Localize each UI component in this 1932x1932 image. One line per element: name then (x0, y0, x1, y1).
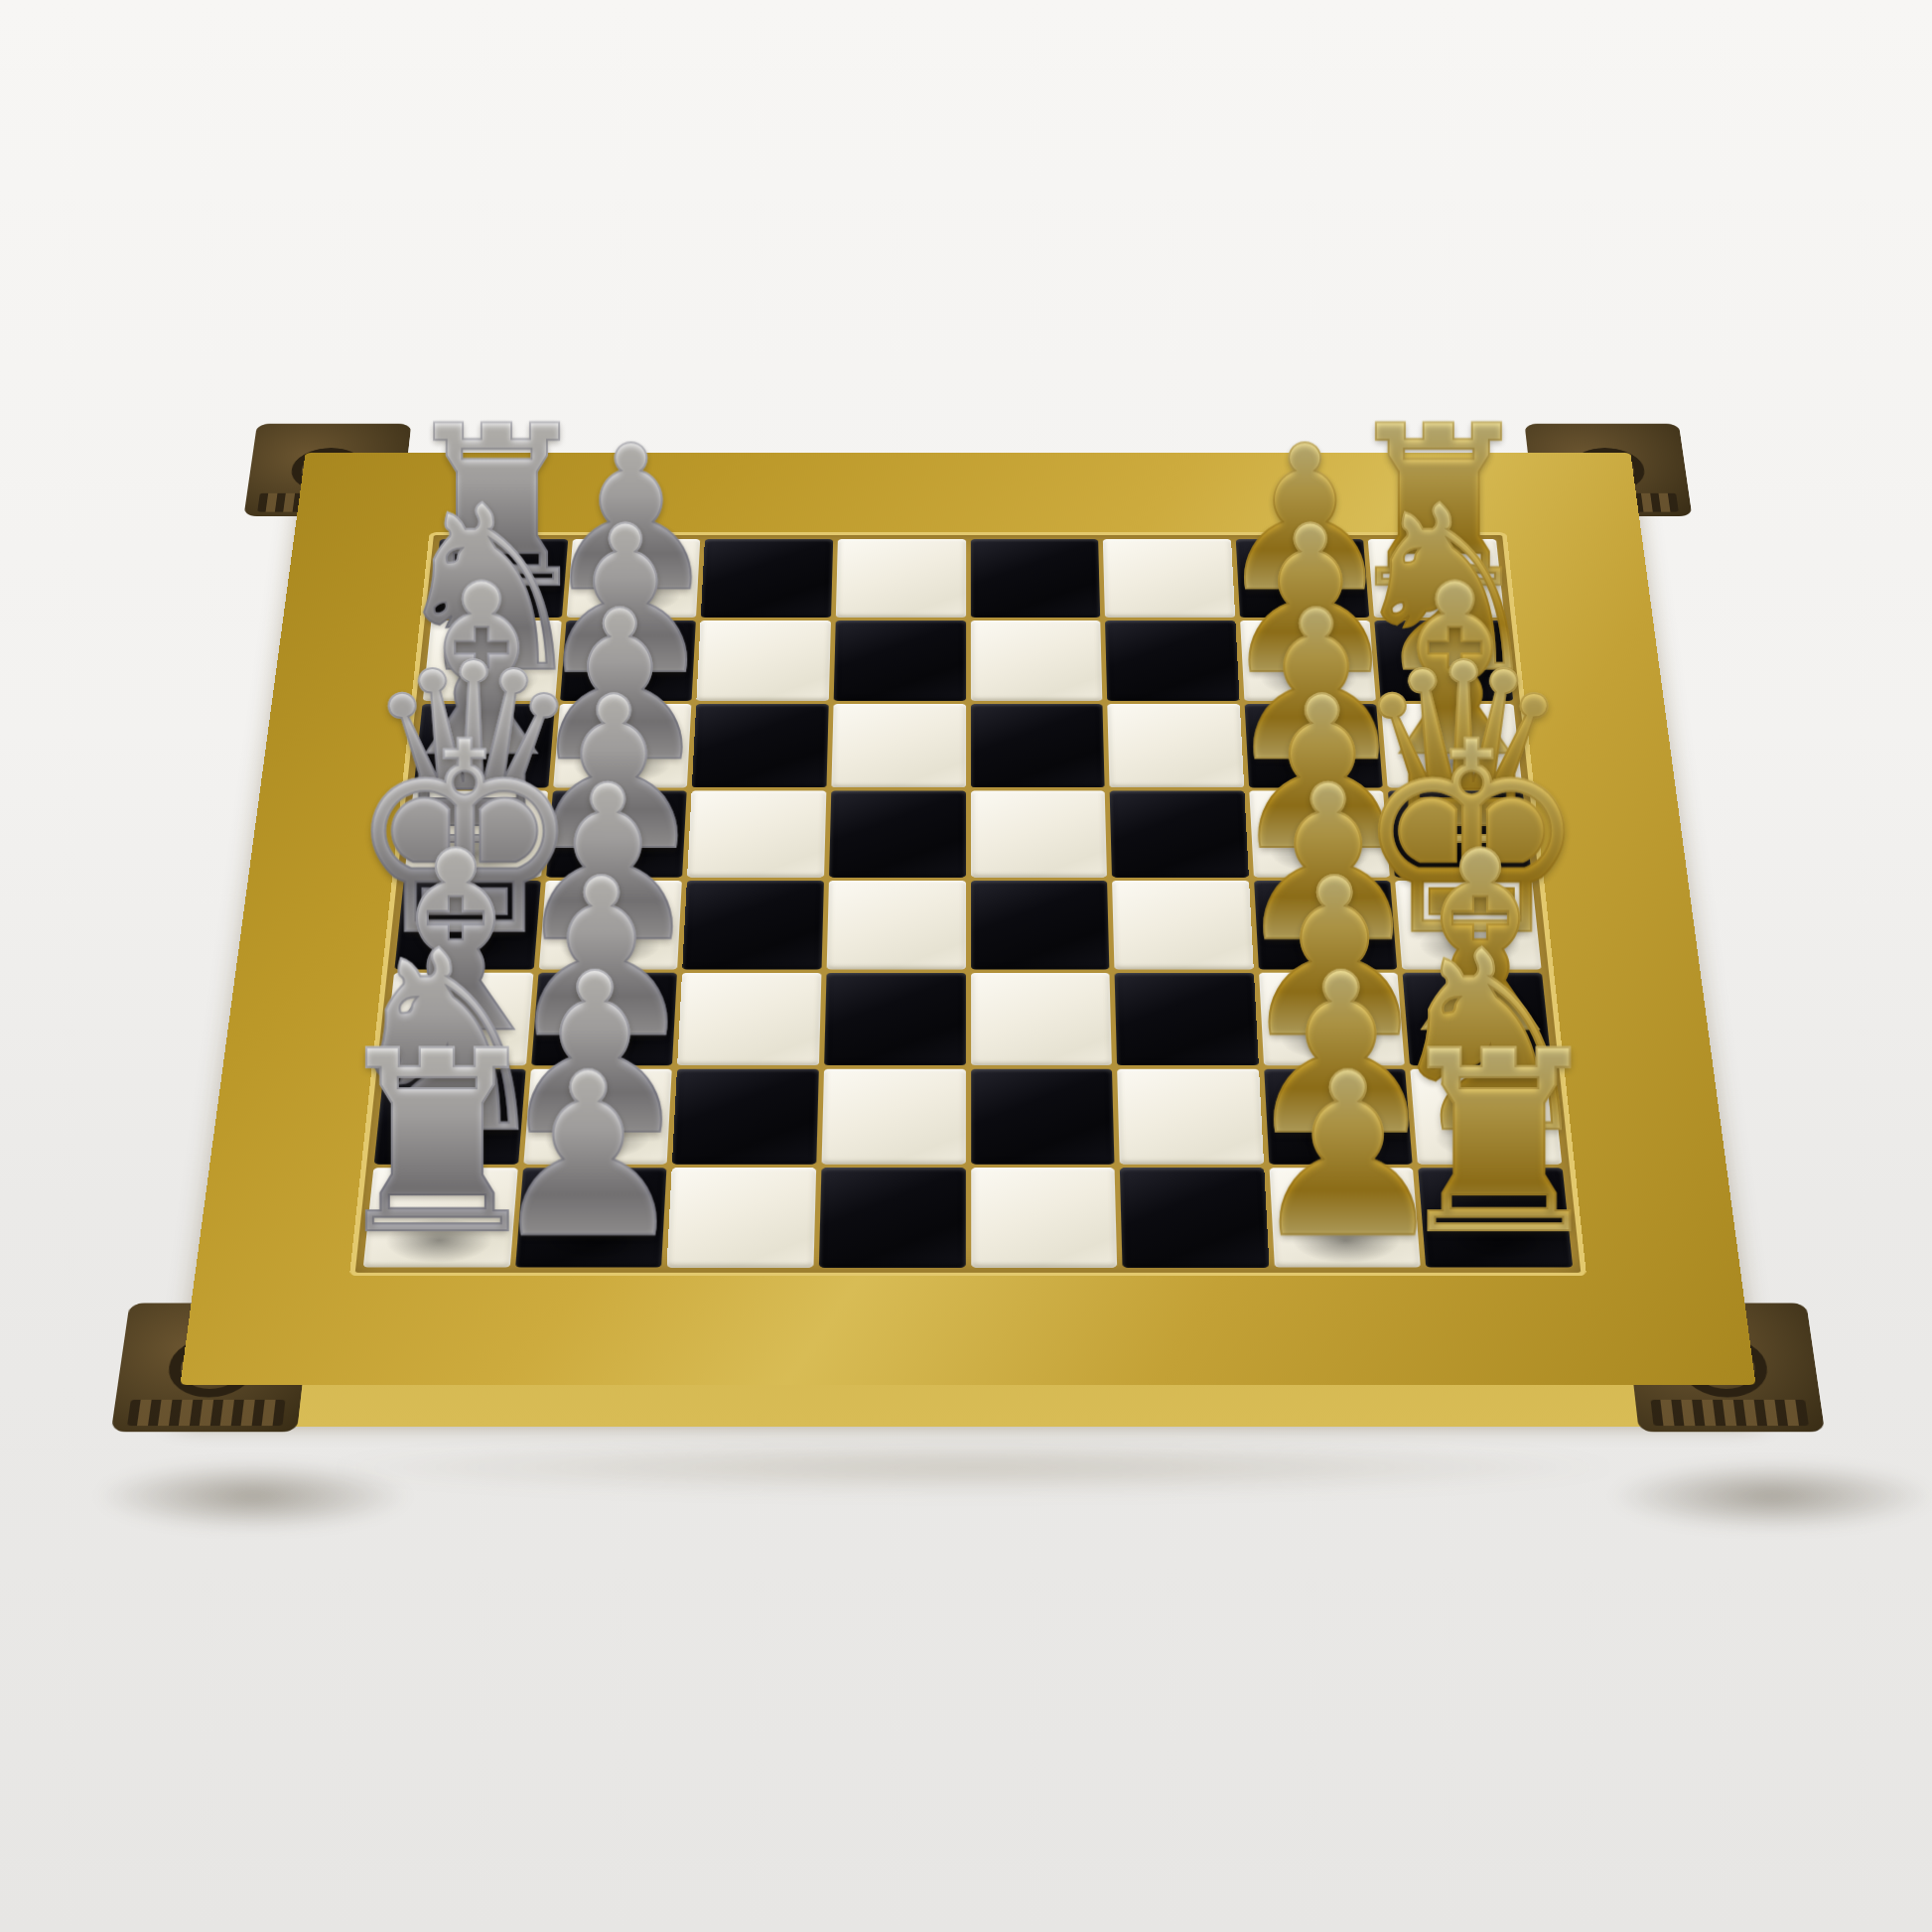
square[interactable] (682, 881, 823, 970)
square[interactable] (970, 704, 1104, 787)
square[interactable] (971, 1069, 1115, 1165)
square[interactable] (836, 539, 966, 618)
square[interactable] (672, 1069, 819, 1165)
square[interactable] (834, 621, 966, 701)
board-grid: ♜♟♟♜♞♟♟♞♝♟♟♝♛♟♟♛♚♟♟♚♝♟♟♝♞♟♟♞♜♟♟♜ (355, 535, 1582, 1273)
square[interactable] (971, 1169, 1118, 1268)
corner-foot-far-right (1525, 424, 1693, 516)
square[interactable] (829, 790, 966, 877)
square[interactable] (970, 539, 1100, 618)
square[interactable] (824, 973, 965, 1065)
silver-pawn[interactable]: ♟ (487, 1049, 690, 1264)
square[interactable]: ♟ (515, 1169, 667, 1268)
square[interactable] (687, 790, 826, 877)
square[interactable] (971, 881, 1110, 970)
square[interactable]: ♟ (1269, 1169, 1421, 1268)
square[interactable] (701, 539, 833, 618)
square[interactable] (692, 704, 829, 787)
square[interactable] (831, 704, 965, 787)
gold-pawn[interactable]: ♟ (1246, 1049, 1449, 1264)
square[interactable] (971, 973, 1112, 1065)
square[interactable] (677, 973, 821, 1065)
square[interactable] (667, 1169, 816, 1268)
square[interactable] (819, 1169, 966, 1268)
photo-backdrop: { "game": "chess", "set_description": "G… (0, 0, 1932, 1932)
square[interactable] (826, 881, 965, 970)
corner-foot-near-right (1624, 1303, 1825, 1432)
square[interactable] (970, 790, 1107, 877)
square[interactable] (970, 621, 1102, 701)
corner-foot-near-left (111, 1303, 312, 1432)
chess-board: ♜♟♟♜♞♟♟♞♝♟♟♝♛♟♟♛♚♟♟♚♝♟♟♝♞♟♟♞♜♟♟♜ (180, 453, 1755, 1385)
square[interactable] (697, 621, 831, 701)
chess-set-scene: ♜♟♟♜♞♟♟♞♝♟♟♝♛♟♟♛♚♟♟♚♝♟♟♝♞♟♟♞♜♟♟♜ (248, 159, 1688, 1598)
square[interactable] (821, 1069, 965, 1165)
